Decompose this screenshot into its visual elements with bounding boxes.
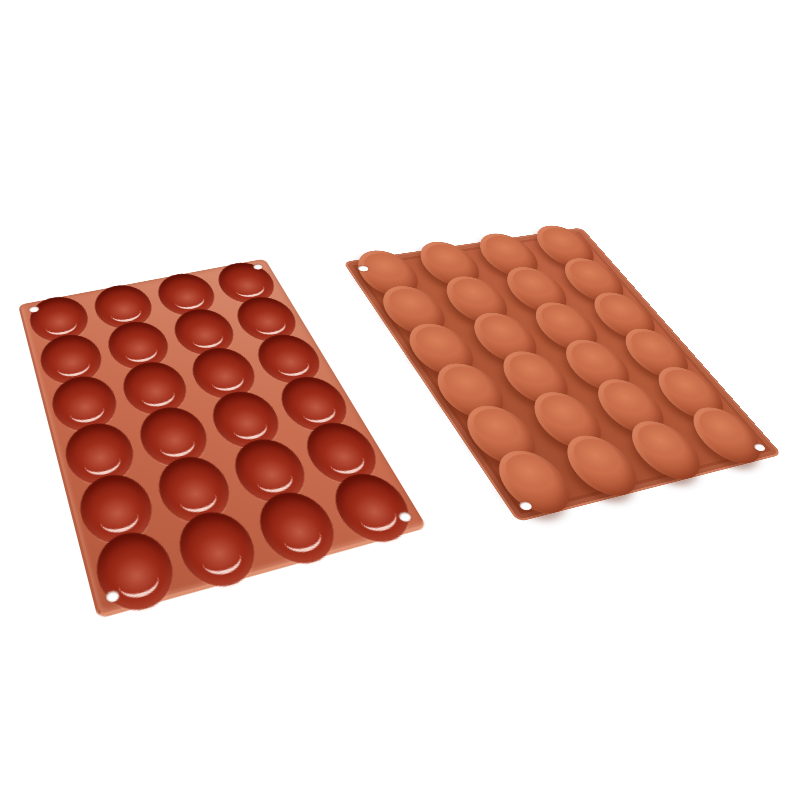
bump-top-face: [595, 379, 655, 417]
bump-top-face: [497, 450, 562, 494]
cavity-glare-arc: [188, 326, 226, 350]
cavity-glare-arc: [114, 562, 162, 603]
bump-top-face: [436, 363, 497, 401]
bump-top-face: [532, 392, 594, 431]
bump-grid: [346, 229, 778, 519]
cavity-glare-arc: [228, 412, 271, 442]
bump-top-face: [656, 367, 715, 403]
cavity-glare-arc: [297, 397, 340, 426]
bump-top-face: [534, 302, 591, 335]
cavity-glare-arc: [43, 314, 79, 337]
cavity-glare-arc: [197, 540, 246, 579]
cavity-glare-arc: [122, 340, 160, 365]
cavity-grid: [20, 259, 425, 614]
bump-top-face: [592, 293, 648, 325]
bump-top-face: [505, 267, 560, 298]
cavity-glare-arc: [207, 367, 247, 394]
cavity-glare-arc: [231, 278, 267, 299]
bump-top-face: [629, 421, 692, 462]
cavity-glare-arc: [171, 289, 207, 311]
bump-top-face: [478, 234, 531, 263]
cavity-glare-arc: [108, 301, 144, 324]
cavity-glare-arc: [96, 500, 141, 536]
product-photo: [0, 0, 800, 800]
bump-top-face: [623, 329, 681, 363]
bump-top-face: [472, 313, 530, 347]
bump-top-face: [445, 276, 501, 308]
cavity-glare-arc: [67, 397, 107, 426]
cavity-glare-arc: [277, 519, 326, 556]
cavity-glare-arc: [251, 314, 289, 337]
cavity-glare-arc: [138, 382, 178, 410]
bump-top-face: [501, 351, 561, 388]
cavity-glare-arc: [353, 499, 402, 535]
bump-top-face: [465, 405, 528, 446]
bump-top-face: [382, 286, 439, 319]
bump-top-face: [690, 407, 751, 446]
cavity-glare-arc: [156, 429, 199, 460]
cavity-glare-arc: [54, 353, 92, 379]
bump-top-face: [564, 340, 623, 375]
silicone-mold-cavity-side: [18, 259, 427, 619]
cavity-glare-arc: [324, 445, 370, 477]
silicone-mold-bump-side: [343, 227, 782, 522]
bump-top-face: [535, 226, 588, 254]
bump-top-face: [565, 435, 629, 477]
cavity-glare-arc: [273, 353, 314, 379]
cavity-glare-arc: [81, 446, 123, 478]
bump-top-face: [408, 324, 467, 359]
cavity-glare-arc: [175, 481, 221, 516]
bump-top-face: [419, 242, 473, 272]
bump-top-face: [563, 258, 617, 288]
cavity-glare-arc: [251, 463, 297, 496]
